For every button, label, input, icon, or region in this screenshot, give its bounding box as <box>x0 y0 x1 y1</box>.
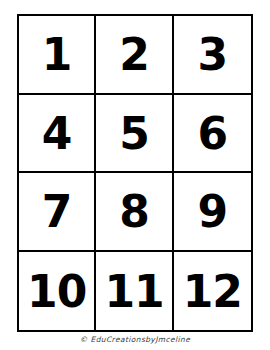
number-label: 4 <box>42 112 72 156</box>
number-cell-6: 6 <box>174 95 251 174</box>
number-cell-12: 12 <box>174 252 251 331</box>
number-cell-1: 1 <box>19 16 96 95</box>
number-cell-11: 11 <box>96 252 173 331</box>
number-cell-4: 4 <box>19 95 96 174</box>
number-label: 5 <box>119 112 149 156</box>
number-cell-10: 10 <box>19 252 96 331</box>
number-label: 3 <box>198 33 228 77</box>
number-cell-8: 8 <box>96 173 173 252</box>
number-label: 12 <box>183 270 242 314</box>
number-label: 8 <box>119 190 149 234</box>
number-cell-2: 2 <box>96 16 173 95</box>
number-cell-7: 7 <box>19 173 96 252</box>
number-label: 9 <box>198 190 228 234</box>
number-label: 10 <box>27 270 86 314</box>
number-label: 6 <box>198 112 228 156</box>
number-cell-3: 3 <box>174 16 251 95</box>
credit-text: © EduCreationsbyJmceline <box>0 335 270 344</box>
number-grid: 1 2 3 4 5 6 7 8 9 10 11 12 <box>17 14 253 332</box>
number-label: 7 <box>42 190 72 234</box>
number-cards-sheet: 1 2 3 4 5 6 7 8 9 10 11 12 © EduCreation… <box>0 0 270 350</box>
number-label: 11 <box>104 270 163 314</box>
number-label: 1 <box>42 33 72 77</box>
number-label: 2 <box>119 33 149 77</box>
number-cell-5: 5 <box>96 95 173 174</box>
number-cell-9: 9 <box>174 173 251 252</box>
